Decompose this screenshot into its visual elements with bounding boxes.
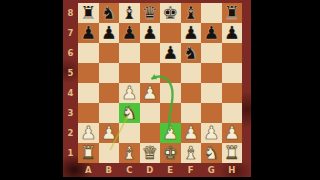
rank-label-7: 7 xyxy=(63,23,78,43)
rank-label-5: 5 xyxy=(63,63,78,83)
square-h4[interactable] xyxy=(222,83,243,103)
file-label-g: G xyxy=(201,162,222,177)
chess-board: ♜♞♝♛♚♝♜♟♟♟♟♟♟♟♟♞♟♟♞♟♟♟♟♟♟♜♝♛♚♝♞♜ xyxy=(78,3,242,163)
square-b8[interactable]: ♞ xyxy=(99,3,120,23)
file-label-e: E xyxy=(160,162,181,177)
piece-white-knight: ♞ xyxy=(203,143,219,163)
piece-white-bishop: ♝ xyxy=(183,143,199,163)
square-a6[interactable] xyxy=(78,43,99,63)
square-f2[interactable]: ♟ xyxy=(181,123,202,143)
square-c1[interactable]: ♝ xyxy=(119,143,140,163)
piece-white-pawn: ♟ xyxy=(80,123,96,143)
piece-white-pawn: ♟ xyxy=(224,123,240,143)
square-c3[interactable]: ♞ xyxy=(119,103,140,123)
square-c8[interactable]: ♝ xyxy=(119,3,140,23)
square-c6[interactable] xyxy=(119,43,140,63)
square-e7[interactable] xyxy=(160,23,181,43)
square-h6[interactable] xyxy=(222,43,243,63)
piece-white-rook: ♜ xyxy=(224,143,240,163)
square-d6[interactable] xyxy=(140,43,161,63)
square-g6[interactable] xyxy=(201,43,222,63)
piece-white-pawn: ♟ xyxy=(142,83,158,103)
rank-label-6: 6 xyxy=(63,43,78,63)
square-g8[interactable] xyxy=(201,3,222,23)
piece-white-pawn: ♟ xyxy=(101,123,117,143)
rank-labels: 87654321 xyxy=(63,3,78,163)
square-h8[interactable]: ♜ xyxy=(222,3,243,23)
square-e6[interactable]: ♟ xyxy=(160,43,181,63)
square-e2[interactable]: ♟ xyxy=(160,123,181,143)
piece-black-pawn: ♟ xyxy=(121,23,137,43)
piece-black-queen: ♛ xyxy=(142,3,158,23)
square-d5[interactable] xyxy=(140,63,161,83)
square-d8[interactable]: ♛ xyxy=(140,3,161,23)
square-a1[interactable]: ♜ xyxy=(78,143,99,163)
square-g3[interactable] xyxy=(201,103,222,123)
rank-label-3: 3 xyxy=(63,103,78,123)
piece-white-bishop: ♝ xyxy=(121,143,137,163)
file-labels: ABCDEFGH xyxy=(78,162,242,177)
piece-white-knight: ♞ xyxy=(121,103,137,123)
piece-white-rook: ♜ xyxy=(80,143,96,163)
letterbox-background: 87654321 ABCDEFGH ♜♞♝♛♚♝♜♟♟♟♟♟♟♟♟♞♟♟♞♟♟♟… xyxy=(0,0,320,180)
square-b3[interactable] xyxy=(99,103,120,123)
square-e8[interactable]: ♚ xyxy=(160,3,181,23)
square-h5[interactable] xyxy=(222,63,243,83)
board-frame: 87654321 ABCDEFGH ♜♞♝♛♚♝♜♟♟♟♟♟♟♟♟♞♟♟♞♟♟♟… xyxy=(63,0,251,177)
square-a7[interactable]: ♟ xyxy=(78,23,99,43)
square-a4[interactable] xyxy=(78,83,99,103)
file-label-a: A xyxy=(78,162,99,177)
piece-white-pawn: ♟ xyxy=(203,123,219,143)
square-a5[interactable] xyxy=(78,63,99,83)
square-b1[interactable] xyxy=(99,143,120,163)
square-e4[interactable] xyxy=(160,83,181,103)
square-b7[interactable]: ♟ xyxy=(99,23,120,43)
rank-label-8: 8 xyxy=(63,3,78,23)
square-f3[interactable] xyxy=(181,103,202,123)
piece-white-pawn: ♟ xyxy=(162,123,178,143)
square-e5[interactable] xyxy=(160,63,181,83)
piece-white-pawn: ♟ xyxy=(183,123,199,143)
square-g2[interactable]: ♟ xyxy=(201,123,222,143)
piece-black-rook: ♜ xyxy=(80,3,96,23)
rank-label-1: 1 xyxy=(63,143,78,163)
square-h7[interactable]: ♟ xyxy=(222,23,243,43)
square-a3[interactable] xyxy=(78,103,99,123)
piece-black-pawn: ♟ xyxy=(101,23,117,43)
rank-label-2: 2 xyxy=(63,123,78,143)
piece-black-pawn: ♟ xyxy=(80,23,96,43)
rank-label-4: 4 xyxy=(63,83,78,103)
piece-white-queen: ♛ xyxy=(142,143,158,163)
square-g4[interactable] xyxy=(201,83,222,103)
square-f6[interactable]: ♞ xyxy=(181,43,202,63)
square-f7[interactable]: ♟ xyxy=(181,23,202,43)
square-e1[interactable]: ♚ xyxy=(160,143,181,163)
piece-black-pawn: ♟ xyxy=(203,23,219,43)
square-a2[interactable]: ♟ xyxy=(78,123,99,143)
square-d3[interactable] xyxy=(140,103,161,123)
square-b5[interactable] xyxy=(99,63,120,83)
square-f5[interactable] xyxy=(181,63,202,83)
square-c2[interactable] xyxy=(119,123,140,143)
square-b2[interactable]: ♟ xyxy=(99,123,120,143)
piece-white-pawn: ♟ xyxy=(121,83,137,103)
piece-black-pawn: ♟ xyxy=(224,23,240,43)
piece-black-knight: ♞ xyxy=(101,3,117,23)
square-h1[interactable]: ♜ xyxy=(222,143,243,163)
piece-black-pawn: ♟ xyxy=(142,23,158,43)
piece-black-rook: ♜ xyxy=(224,3,240,23)
square-d1[interactable]: ♛ xyxy=(140,143,161,163)
file-label-c: C xyxy=(119,162,140,177)
piece-black-bishop: ♝ xyxy=(183,3,199,23)
square-f8[interactable]: ♝ xyxy=(181,3,202,23)
file-label-d: D xyxy=(140,162,161,177)
square-g5[interactable] xyxy=(201,63,222,83)
square-h3[interactable] xyxy=(222,103,243,123)
piece-black-pawn: ♟ xyxy=(162,43,178,63)
square-c5[interactable] xyxy=(119,63,140,83)
piece-white-king: ♚ xyxy=(162,143,178,163)
square-f1[interactable]: ♝ xyxy=(181,143,202,163)
square-a8[interactable]: ♜ xyxy=(78,3,99,23)
file-label-f: F xyxy=(181,162,202,177)
square-g1[interactable]: ♞ xyxy=(201,143,222,163)
square-d2[interactable] xyxy=(140,123,161,143)
square-b4[interactable] xyxy=(99,83,120,103)
piece-black-bishop: ♝ xyxy=(121,3,137,23)
piece-black-pawn: ♟ xyxy=(183,23,199,43)
square-c7[interactable]: ♟ xyxy=(119,23,140,43)
square-c4[interactable]: ♟ xyxy=(119,83,140,103)
square-d7[interactable]: ♟ xyxy=(140,23,161,43)
square-g7[interactable]: ♟ xyxy=(201,23,222,43)
square-f4[interactable] xyxy=(181,83,202,103)
piece-black-king: ♚ xyxy=(162,3,178,23)
file-label-b: B xyxy=(99,162,120,177)
file-label-h: H xyxy=(222,162,243,177)
square-e3[interactable] xyxy=(160,103,181,123)
square-b6[interactable] xyxy=(99,43,120,63)
square-h2[interactable]: ♟ xyxy=(222,123,243,143)
square-d4[interactable]: ♟ xyxy=(140,83,161,103)
piece-black-knight: ♞ xyxy=(183,43,199,63)
